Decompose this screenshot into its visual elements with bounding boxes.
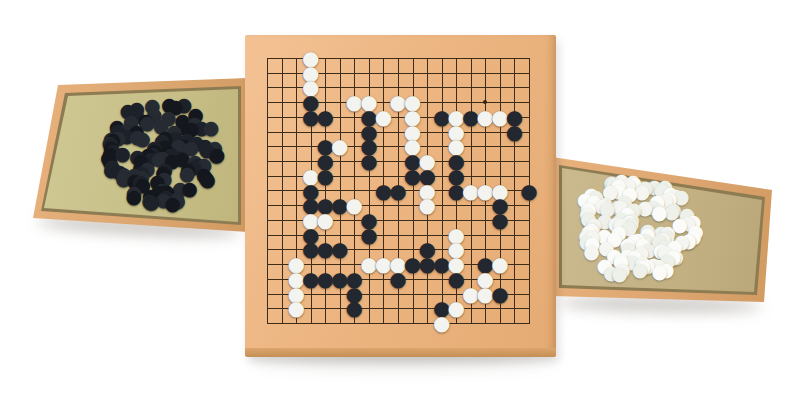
black-stone: ● bbox=[158, 139, 172, 153]
white-stone: ● bbox=[638, 201, 652, 215]
black-stone: ● bbox=[318, 139, 333, 154]
black-stone: ● bbox=[104, 137, 118, 151]
black-stone: ● bbox=[478, 257, 493, 272]
white-stone: ● bbox=[303, 65, 318, 80]
black-stone: ● bbox=[361, 109, 376, 124]
black-stone: ● bbox=[116, 147, 130, 161]
white-stone: ● bbox=[636, 237, 650, 251]
white-stone: ● bbox=[582, 224, 596, 238]
black-stone: ● bbox=[118, 123, 132, 137]
black-stone: ● bbox=[116, 167, 130, 181]
white-stone: ● bbox=[580, 206, 594, 220]
black-stone: ● bbox=[318, 109, 333, 124]
black-stone: ● bbox=[180, 132, 194, 146]
black-stone: ● bbox=[181, 162, 195, 176]
black-stone: ● bbox=[361, 212, 376, 227]
white-stone: ● bbox=[641, 223, 655, 237]
black-stone: ● bbox=[187, 159, 201, 173]
black-stone: ● bbox=[405, 154, 420, 169]
white-stone: ● bbox=[652, 205, 666, 219]
white-stone: ● bbox=[449, 257, 464, 272]
black-stone: ● bbox=[139, 113, 153, 127]
white-stone: ● bbox=[449, 301, 464, 316]
white-stone: ● bbox=[654, 225, 668, 239]
white-stone: ● bbox=[651, 258, 665, 272]
white-stone: ● bbox=[669, 249, 683, 263]
white-stone: ● bbox=[627, 234, 641, 248]
white-stone: ● bbox=[622, 220, 636, 234]
black-stone: ● bbox=[157, 172, 171, 186]
white-stone: ● bbox=[635, 184, 649, 198]
white-stone: ● bbox=[659, 192, 673, 206]
white-stone: ● bbox=[674, 189, 688, 203]
black-stone: ● bbox=[105, 160, 119, 174]
white-stone: ● bbox=[449, 124, 464, 139]
white-stone: ● bbox=[666, 249, 680, 263]
black-stone: ● bbox=[175, 113, 189, 127]
white-stone: ● bbox=[607, 177, 621, 191]
black-stone: ● bbox=[191, 158, 205, 172]
black-stone: ● bbox=[197, 158, 211, 172]
white-stone: ● bbox=[478, 109, 493, 124]
black-stone-tray: ●●●●●●●●●●●●●●●●●●●●●●●●●●●●●●●●●●●●●●●●… bbox=[30, 74, 248, 236]
white-stone: ● bbox=[627, 177, 641, 191]
white-stone: ● bbox=[581, 212, 595, 226]
white-stone: ● bbox=[622, 242, 636, 256]
white-stone: ● bbox=[584, 188, 598, 202]
black-stone: ● bbox=[492, 212, 507, 227]
black-stone-pile: ●●●●●●●●●●●●●●●●●●●●●●●●●●●●●●●●●●●●●●●●… bbox=[30, 74, 248, 236]
white-stone: ● bbox=[661, 253, 675, 267]
black-stone: ● bbox=[148, 144, 162, 158]
black-stone: ● bbox=[172, 150, 186, 164]
black-stone: ● bbox=[172, 139, 186, 153]
black-stone: ● bbox=[434, 301, 449, 316]
white-stone: ● bbox=[653, 204, 667, 218]
white-stone: ● bbox=[492, 109, 507, 124]
white-stone: ● bbox=[595, 199, 609, 213]
white-stone: ● bbox=[589, 190, 603, 204]
black-stone: ● bbox=[434, 257, 449, 272]
white-stone: ● bbox=[646, 200, 660, 214]
black-stone: ● bbox=[158, 183, 172, 197]
white-stone: ● bbox=[611, 199, 625, 213]
black-stone: ● bbox=[420, 257, 435, 272]
white-stone: ● bbox=[650, 195, 664, 209]
black-stone: ● bbox=[201, 173, 215, 187]
black-stone: ● bbox=[151, 185, 165, 199]
black-stone: ● bbox=[405, 168, 420, 183]
black-stone: ● bbox=[135, 169, 149, 183]
black-stone: ● bbox=[145, 195, 159, 209]
black-stone: ● bbox=[376, 183, 391, 198]
black-stone: ● bbox=[130, 149, 144, 163]
white-stone: ● bbox=[605, 176, 619, 190]
white-stone: ● bbox=[463, 286, 478, 301]
white-stone: ● bbox=[654, 244, 668, 258]
white-stone: ● bbox=[289, 301, 304, 316]
white-stone: ● bbox=[636, 259, 650, 273]
black-stone: ● bbox=[391, 183, 406, 198]
black-stone: ● bbox=[116, 172, 130, 186]
white-stone: ● bbox=[621, 177, 635, 191]
white-stone: ● bbox=[648, 179, 662, 193]
black-stone: ● bbox=[303, 95, 318, 110]
white-stone: ● bbox=[636, 255, 650, 269]
black-stone: ● bbox=[104, 131, 118, 145]
black-stone: ● bbox=[101, 150, 115, 164]
black-stone: ● bbox=[391, 271, 406, 286]
black-stone: ● bbox=[173, 181, 187, 195]
white-stone: ● bbox=[655, 183, 669, 197]
black-stone: ● bbox=[198, 139, 212, 153]
white-stone: ● bbox=[614, 212, 628, 226]
white-stone: ● bbox=[656, 232, 670, 246]
black-stone: ● bbox=[188, 154, 202, 168]
white-stone: ● bbox=[420, 198, 435, 213]
black-stone: ● bbox=[318, 154, 333, 169]
white-stone: ● bbox=[662, 191, 676, 205]
white-stone: ● bbox=[303, 168, 318, 183]
black-stone: ● bbox=[117, 168, 131, 182]
white-stone: ● bbox=[492, 257, 507, 272]
white-stone: ● bbox=[612, 225, 626, 239]
white-stone: ● bbox=[303, 212, 318, 227]
black-stone: ● bbox=[140, 162, 154, 176]
white-stone: ● bbox=[624, 217, 638, 231]
white-stone: ● bbox=[617, 194, 631, 208]
white-stone: ● bbox=[675, 235, 689, 249]
black-stone: ● bbox=[405, 257, 420, 272]
white-stone: ● bbox=[587, 217, 601, 231]
white-stone: ● bbox=[667, 202, 681, 216]
stone-layer: ●●●●●●●●●●●●●●●●●●●●●●●●●●●●●●●●●●●●●●●●… bbox=[267, 58, 530, 324]
black-stone: ● bbox=[434, 109, 449, 124]
white-stone: ● bbox=[625, 254, 639, 268]
white-stone: ● bbox=[686, 214, 700, 228]
black-stone: ● bbox=[163, 147, 177, 161]
black-stone: ● bbox=[103, 135, 117, 149]
black-stone: ● bbox=[103, 146, 117, 160]
white-stone: ● bbox=[638, 232, 652, 246]
white-stone: ● bbox=[689, 225, 703, 239]
white-stone: ● bbox=[620, 249, 634, 263]
white-stone: ● bbox=[303, 80, 318, 95]
black-stone: ● bbox=[184, 141, 198, 155]
black-stone: ● bbox=[147, 141, 161, 155]
black-stone: ● bbox=[303, 183, 318, 198]
black-stone: ● bbox=[144, 194, 158, 208]
black-stone: ● bbox=[361, 227, 376, 242]
white-stone: ● bbox=[376, 257, 391, 272]
white-stone: ● bbox=[613, 267, 627, 281]
white-stone: ● bbox=[687, 230, 701, 244]
white-stone: ● bbox=[376, 109, 391, 124]
white-stone: ● bbox=[658, 239, 672, 253]
white-stone: ● bbox=[682, 233, 696, 247]
black-stone: ● bbox=[168, 130, 182, 144]
white-stone-tray: ●●●●●●●●●●●●●●●●●●●●●●●●●●●●●●●●●●●●●●●●… bbox=[550, 152, 780, 320]
black-stone: ● bbox=[111, 124, 125, 138]
white-stone: ● bbox=[659, 262, 673, 276]
black-stone: ● bbox=[106, 132, 120, 146]
black-stone: ● bbox=[130, 125, 144, 139]
black-stone: ● bbox=[127, 189, 141, 203]
black-stone: ● bbox=[188, 116, 202, 130]
white-stone: ● bbox=[660, 229, 674, 243]
black-stone: ● bbox=[160, 184, 174, 198]
black-stone: ● bbox=[134, 165, 148, 179]
black-stone: ● bbox=[303, 242, 318, 257]
white-stone: ● bbox=[647, 257, 661, 271]
black-stone: ● bbox=[145, 99, 159, 113]
black-stone: ● bbox=[318, 198, 333, 213]
black-stone: ● bbox=[492, 198, 507, 213]
white-stone: ● bbox=[680, 207, 694, 221]
white-stone: ● bbox=[658, 179, 672, 193]
black-stone: ● bbox=[449, 154, 464, 169]
white-stone: ● bbox=[492, 183, 507, 198]
white-stone: ● bbox=[621, 206, 635, 220]
black-stone: ● bbox=[449, 271, 464, 286]
black-stone: ● bbox=[449, 168, 464, 183]
white-stone: ● bbox=[391, 257, 406, 272]
white-stone-pile: ●●●●●●●●●●●●●●●●●●●●●●●●●●●●●●●●●●●●●●●●… bbox=[550, 152, 780, 320]
white-stone: ● bbox=[614, 252, 628, 266]
black-stone: ● bbox=[209, 147, 223, 161]
black-stone: ● bbox=[155, 133, 169, 147]
black-stone: ● bbox=[347, 271, 362, 286]
black-stone: ● bbox=[121, 103, 135, 117]
black-stone: ● bbox=[156, 165, 170, 179]
white-stone: ● bbox=[289, 271, 304, 286]
black-stone: ● bbox=[347, 301, 362, 316]
white-stone: ● bbox=[669, 188, 683, 202]
black-stone: ● bbox=[161, 111, 175, 125]
black-stone: ● bbox=[180, 167, 194, 181]
black-stone: ● bbox=[127, 173, 141, 187]
white-stone: ● bbox=[361, 95, 376, 110]
black-stone: ● bbox=[110, 120, 124, 134]
black-stone: ● bbox=[152, 151, 166, 165]
white-stone: ● bbox=[640, 227, 654, 241]
black-stone: ● bbox=[167, 125, 181, 139]
white-stone: ● bbox=[347, 95, 362, 110]
black-stone: ● bbox=[144, 151, 158, 165]
white-stone: ● bbox=[608, 232, 622, 246]
white-stone: ● bbox=[658, 245, 672, 259]
white-stone: ● bbox=[681, 234, 695, 248]
white-stone: ● bbox=[661, 225, 675, 239]
black-stone: ● bbox=[124, 115, 138, 129]
white-stone: ● bbox=[332, 139, 347, 154]
white-stone: ● bbox=[478, 183, 493, 198]
black-stone: ● bbox=[156, 193, 170, 207]
white-stone: ● bbox=[604, 265, 618, 279]
black-stone: ● bbox=[140, 115, 154, 129]
black-stone: ● bbox=[103, 155, 117, 169]
black-stone: ● bbox=[208, 140, 222, 154]
black-stone: ● bbox=[176, 151, 190, 165]
black-stone: ● bbox=[204, 120, 218, 134]
black-stone: ● bbox=[159, 190, 173, 204]
black-stone: ● bbox=[176, 119, 190, 133]
black-stone: ● bbox=[143, 194, 157, 208]
black-stone: ● bbox=[507, 124, 522, 139]
white-stone: ● bbox=[598, 258, 612, 272]
black-stone: ● bbox=[164, 148, 178, 162]
black-stone: ● bbox=[318, 242, 333, 257]
white-stone: ● bbox=[628, 250, 642, 264]
black-stone: ● bbox=[420, 242, 435, 257]
black-stone: ● bbox=[171, 194, 185, 208]
white-stone: ● bbox=[627, 202, 641, 216]
white-stone: ● bbox=[614, 255, 628, 269]
black-stone: ● bbox=[165, 197, 179, 211]
white-stone: ● bbox=[609, 216, 623, 230]
white-stone: ● bbox=[665, 204, 679, 218]
white-stone: ● bbox=[607, 249, 621, 263]
white-stone: ● bbox=[582, 212, 596, 226]
black-stone: ● bbox=[134, 154, 148, 168]
white-stone: ● bbox=[664, 187, 678, 201]
white-stone: ● bbox=[614, 199, 628, 213]
white-stone: ● bbox=[631, 233, 645, 247]
black-stone: ● bbox=[104, 162, 118, 176]
black-stone: ● bbox=[197, 168, 211, 182]
white-stone: ● bbox=[449, 227, 464, 242]
black-stone: ● bbox=[136, 132, 150, 146]
black-stone: ● bbox=[130, 129, 144, 143]
black-stone: ● bbox=[136, 177, 150, 191]
white-stone: ● bbox=[449, 139, 464, 154]
black-stone: ● bbox=[332, 242, 347, 257]
white-stone: ● bbox=[478, 271, 493, 286]
white-stone: ● bbox=[598, 196, 612, 210]
white-stone: ● bbox=[405, 124, 420, 139]
black-stone: ● bbox=[104, 141, 118, 155]
white-stone: ● bbox=[681, 215, 695, 229]
black-stone: ● bbox=[318, 168, 333, 183]
black-stone: ● bbox=[154, 118, 168, 132]
white-stone: ● bbox=[641, 226, 655, 240]
black-stone: ● bbox=[200, 143, 214, 157]
black-stone: ● bbox=[111, 131, 125, 145]
white-stone: ● bbox=[289, 286, 304, 301]
white-stone: ● bbox=[634, 246, 648, 260]
black-stone: ● bbox=[146, 147, 160, 161]
black-stone: ● bbox=[155, 183, 169, 197]
black-stone: ● bbox=[449, 183, 464, 198]
white-stone: ● bbox=[420, 183, 435, 198]
black-stone: ● bbox=[143, 188, 157, 202]
white-stone: ● bbox=[587, 195, 601, 209]
white-stone: ● bbox=[621, 216, 635, 230]
black-stone: ● bbox=[347, 286, 362, 301]
black-stone: ● bbox=[361, 154, 376, 169]
black-stone: ● bbox=[492, 286, 507, 301]
black-stone: ● bbox=[170, 191, 184, 205]
white-stone: ● bbox=[615, 262, 629, 276]
white-stone: ● bbox=[478, 286, 493, 301]
white-stone: ● bbox=[361, 257, 376, 272]
black-stone: ● bbox=[162, 97, 176, 111]
white-stone: ● bbox=[289, 257, 304, 272]
black-stone: ● bbox=[155, 150, 169, 164]
white-stone: ● bbox=[449, 242, 464, 257]
white-stone: ● bbox=[585, 244, 599, 258]
white-stone: ● bbox=[626, 203, 640, 217]
white-stone: ● bbox=[653, 203, 667, 217]
black-stone: ● bbox=[303, 227, 318, 242]
white-stone: ● bbox=[585, 236, 599, 250]
white-stone: ● bbox=[585, 229, 599, 243]
black-stone: ● bbox=[158, 163, 172, 177]
white-stone: ● bbox=[623, 214, 637, 228]
black-stone: ● bbox=[133, 160, 147, 174]
white-stone: ● bbox=[615, 174, 629, 188]
white-stone: ● bbox=[434, 316, 449, 331]
white-stone: ● bbox=[303, 51, 318, 66]
black-stone: ● bbox=[522, 183, 537, 198]
white-stone: ● bbox=[318, 212, 333, 227]
white-stone: ● bbox=[653, 264, 667, 278]
black-stone: ● bbox=[120, 129, 134, 143]
black-stone: ● bbox=[332, 198, 347, 213]
white-stone: ● bbox=[640, 259, 654, 273]
black-stone: ● bbox=[463, 109, 478, 124]
white-stone: ● bbox=[580, 235, 594, 249]
black-stone: ● bbox=[210, 148, 224, 162]
white-stone: ● bbox=[599, 241, 613, 255]
black-stone: ● bbox=[420, 168, 435, 183]
black-stone: ● bbox=[127, 168, 141, 182]
black-stone: ● bbox=[112, 165, 126, 179]
black-stone: ● bbox=[183, 182, 197, 196]
black-stone: ● bbox=[150, 174, 164, 188]
white-stone: ● bbox=[626, 175, 640, 189]
white-stone: ● bbox=[578, 192, 592, 206]
white-stone: ● bbox=[614, 218, 628, 232]
white-stone: ● bbox=[668, 240, 682, 254]
white-stone: ● bbox=[405, 109, 420, 124]
white-stone: ● bbox=[586, 221, 600, 235]
black-stone: ● bbox=[195, 120, 209, 134]
black-stone: ● bbox=[168, 99, 182, 113]
black-stone: ● bbox=[177, 98, 191, 112]
white-stone: ● bbox=[347, 198, 362, 213]
white-stone: ● bbox=[641, 243, 655, 257]
white-stone: ● bbox=[638, 180, 652, 194]
white-stone: ● bbox=[600, 202, 614, 216]
white-stone: ● bbox=[652, 233, 666, 247]
white-stone: ● bbox=[582, 203, 596, 217]
black-stone: ● bbox=[147, 107, 161, 121]
black-stone: ● bbox=[361, 124, 376, 139]
black-stone: ● bbox=[165, 154, 179, 168]
black-stone: ● bbox=[106, 160, 120, 174]
black-stone: ● bbox=[199, 170, 213, 184]
white-stone: ● bbox=[405, 95, 420, 110]
black-stone: ● bbox=[188, 107, 202, 121]
black-stone: ● bbox=[133, 174, 147, 188]
black-stone: ● bbox=[141, 148, 155, 162]
black-stone: ● bbox=[303, 271, 318, 286]
white-stone: ● bbox=[673, 217, 687, 231]
go-board: ●●●●●●●●●●●●●●●●●●●●●●●●●●●●●●●●●●●●●●●●… bbox=[245, 35, 556, 357]
white-stone: ● bbox=[603, 184, 617, 198]
black-stone: ● bbox=[184, 122, 198, 136]
